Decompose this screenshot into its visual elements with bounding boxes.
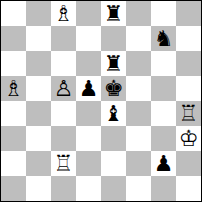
square-e3[interactable] (101, 126, 126, 151)
square-c1[interactable] (51, 176, 76, 201)
square-c2[interactable]: ♖ (51, 151, 76, 176)
square-c4[interactable] (51, 101, 76, 126)
square-f5[interactable] (126, 76, 151, 101)
square-g8[interactable] (151, 1, 176, 26)
square-b1[interactable] (26, 176, 51, 201)
square-b7[interactable] (26, 26, 51, 51)
square-h4[interactable]: ♖ (176, 101, 201, 126)
black-pawn-piece[interactable]: ♟ (79, 76, 99, 101)
square-c3[interactable] (51, 126, 76, 151)
square-h1[interactable] (176, 176, 201, 201)
square-h2[interactable] (176, 151, 201, 176)
white-bishop-piece[interactable]: ♗ (54, 1, 74, 26)
square-h7[interactable] (176, 26, 201, 51)
square-a5[interactable]: ♗ (1, 76, 26, 101)
square-d6[interactable] (76, 51, 101, 76)
square-a3[interactable] (1, 126, 26, 151)
square-a4[interactable] (1, 101, 26, 126)
square-c5[interactable]: ♙ (51, 76, 76, 101)
square-d4[interactable] (76, 101, 101, 126)
black-rook-piece[interactable]: ♜ (104, 1, 124, 26)
white-king-piece[interactable]: ♔ (179, 126, 199, 151)
square-g7[interactable]: ♞ (151, 26, 176, 51)
square-a8[interactable] (1, 1, 26, 26)
square-f7[interactable] (126, 26, 151, 51)
square-e1[interactable] (101, 176, 126, 201)
square-d5[interactable]: ♟ (76, 76, 101, 101)
square-c8[interactable]: ♗ (51, 1, 76, 26)
square-c6[interactable] (51, 51, 76, 76)
black-king-piece[interactable]: ♚ (104, 76, 124, 101)
black-bishop-piece[interactable]: ♝ (104, 101, 124, 126)
square-b4[interactable] (26, 101, 51, 126)
square-b6[interactable] (26, 51, 51, 76)
square-a7[interactable] (1, 26, 26, 51)
square-e4[interactable]: ♝ (101, 101, 126, 126)
square-e7[interactable] (101, 26, 126, 51)
square-h6[interactable] (176, 51, 201, 76)
square-g3[interactable] (151, 126, 176, 151)
white-pawn-piece[interactable]: ♙ (54, 76, 74, 101)
square-f2[interactable] (126, 151, 151, 176)
square-b3[interactable] (26, 126, 51, 151)
square-f3[interactable] (126, 126, 151, 151)
square-f8[interactable] (126, 1, 151, 26)
square-h8[interactable] (176, 1, 201, 26)
square-d1[interactable] (76, 176, 101, 201)
black-rook-piece[interactable]: ♜ (104, 51, 124, 76)
black-pawn-piece[interactable]: ♟ (154, 151, 174, 176)
square-g4[interactable] (151, 101, 176, 126)
square-g2[interactable]: ♟ (151, 151, 176, 176)
square-e6[interactable]: ♜ (101, 51, 126, 76)
square-g6[interactable] (151, 51, 176, 76)
white-bishop-piece[interactable]: ♗ (4, 76, 24, 101)
square-a2[interactable] (1, 151, 26, 176)
square-e2[interactable] (101, 151, 126, 176)
square-f4[interactable] (126, 101, 151, 126)
square-f1[interactable] (126, 176, 151, 201)
square-d7[interactable] (76, 26, 101, 51)
square-d8[interactable] (76, 1, 101, 26)
square-d3[interactable] (76, 126, 101, 151)
chess-diagram: ♗♜♞♜♗♙♟♚♝♖♔♖♟ (0, 0, 202, 202)
square-d2[interactable] (76, 151, 101, 176)
square-g1[interactable] (151, 176, 176, 201)
square-b2[interactable] (26, 151, 51, 176)
square-b5[interactable] (26, 76, 51, 101)
square-e8[interactable]: ♜ (101, 1, 126, 26)
square-a1[interactable] (1, 176, 26, 201)
white-rook-piece[interactable]: ♖ (179, 101, 199, 126)
square-g5[interactable] (151, 76, 176, 101)
square-a6[interactable] (1, 51, 26, 76)
black-knight-piece[interactable]: ♞ (154, 26, 174, 51)
square-c7[interactable] (51, 26, 76, 51)
chess-board: ♗♜♞♜♗♙♟♚♝♖♔♖♟ (0, 0, 202, 202)
square-h3[interactable]: ♔ (176, 126, 201, 151)
square-b8[interactable] (26, 1, 51, 26)
square-f6[interactable] (126, 51, 151, 76)
square-h5[interactable] (176, 76, 201, 101)
white-rook-piece[interactable]: ♖ (54, 151, 74, 176)
square-e5[interactable]: ♚ (101, 76, 126, 101)
